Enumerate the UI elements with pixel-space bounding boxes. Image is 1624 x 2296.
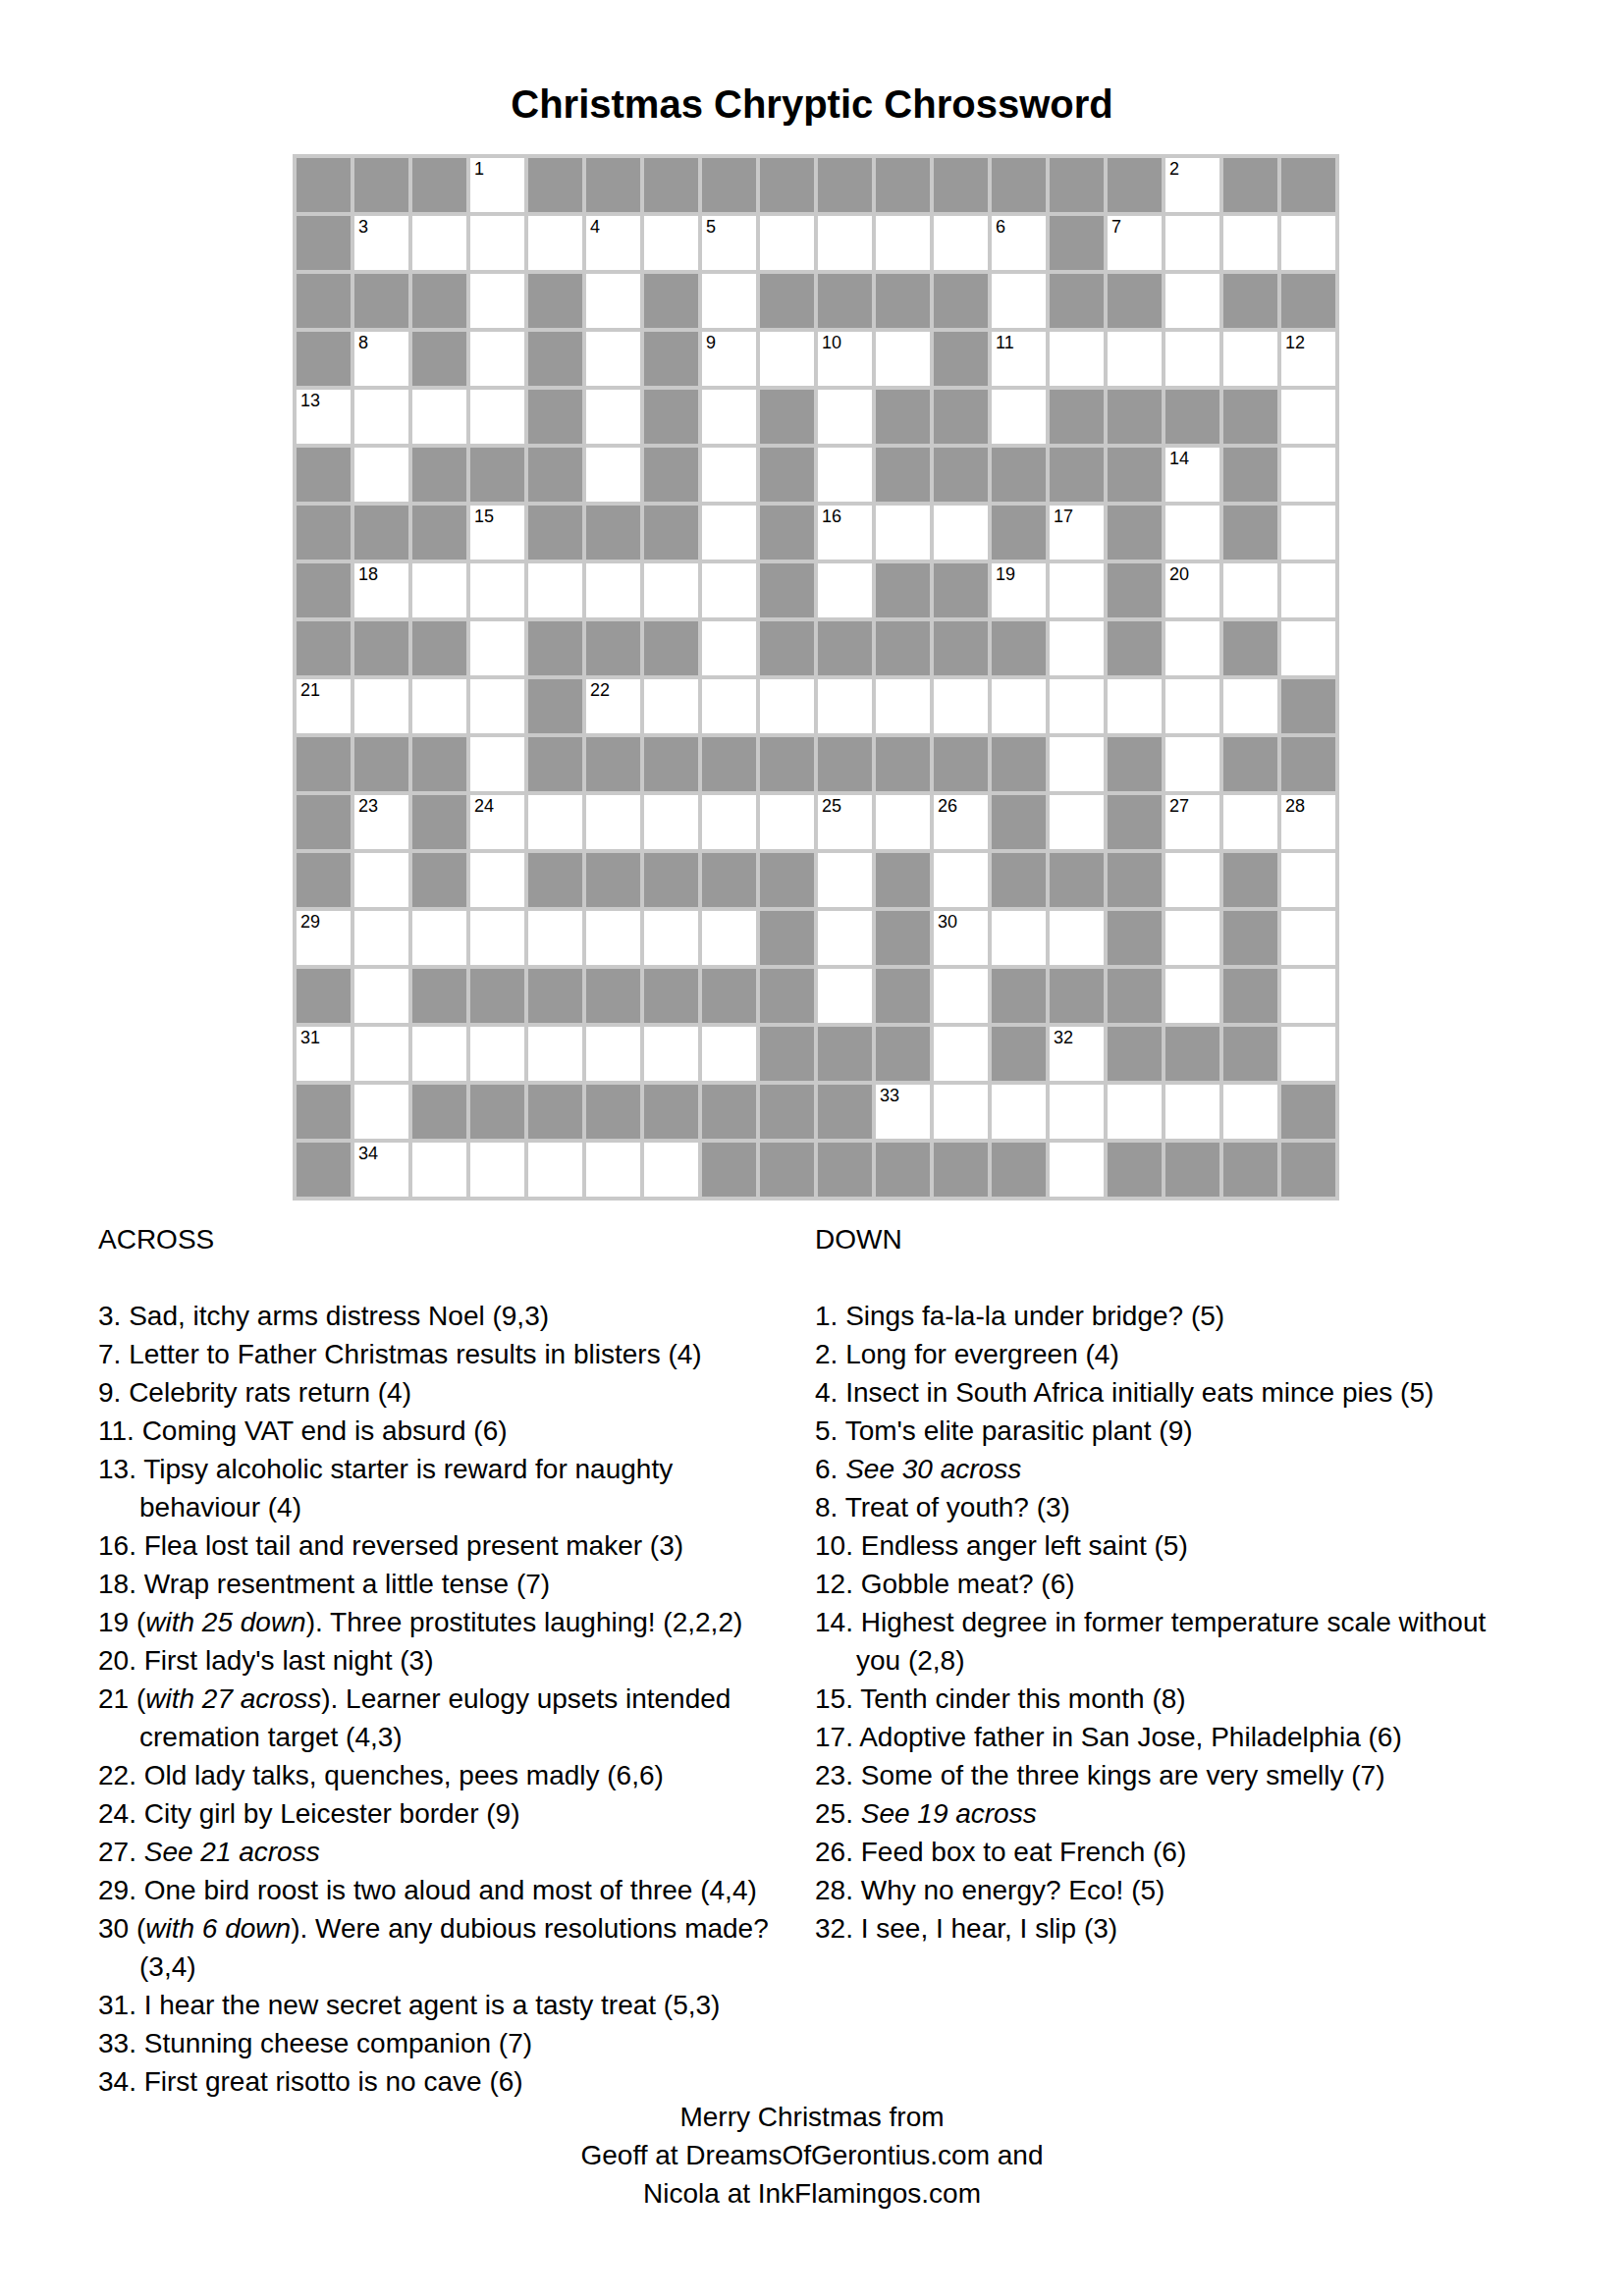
grid-cell-r2c10[interactable] <box>818 216 872 270</box>
grid-cell-r14c3[interactable] <box>412 911 466 965</box>
grid-cell-r14c5[interactable] <box>528 911 582 965</box>
grid-cell-r5c2[interactable] <box>354 390 408 444</box>
grid-cell-r4c4[interactable] <box>470 332 524 386</box>
grid-cell-r6c2[interactable] <box>354 448 408 502</box>
block-cell-r16c16 <box>1165 1027 1219 1081</box>
block-cell-r11c12 <box>934 737 988 791</box>
block-cell-r13c13 <box>992 853 1046 907</box>
grid-cell-r10c12[interactable] <box>934 679 988 733</box>
block-cell-r17c8 <box>702 1085 756 1139</box>
grid-cell-r6c8[interactable] <box>702 448 756 502</box>
grid-cell-r8c5[interactable] <box>528 563 582 617</box>
grid-cell-r13c10[interactable] <box>818 853 872 907</box>
grid-cell-r17c15[interactable] <box>1108 1085 1162 1139</box>
grid-cell-r8c4[interactable] <box>470 563 524 617</box>
grid-cell-r12c2[interactable]: 23 <box>354 795 408 849</box>
grid-cell-r4c17[interactable] <box>1223 332 1277 386</box>
grid-cell-r2c16[interactable] <box>1165 216 1219 270</box>
grid-cell-r9c4[interactable] <box>470 621 524 675</box>
block-cell-r16c9 <box>760 1027 814 1081</box>
grid-cell-r7c4[interactable]: 15 <box>470 506 524 560</box>
grid-cell-r8c7[interactable] <box>644 563 698 617</box>
grid-cell-r18c14[interactable] <box>1050 1143 1104 1197</box>
clue-number-14: 14 <box>1169 449 1189 468</box>
block-cell-r11c9 <box>760 737 814 791</box>
block-cell-r1c8 <box>702 158 756 212</box>
block-cell-r1c7 <box>644 158 698 212</box>
grid-cell-r16c4[interactable] <box>470 1027 524 1081</box>
grid-cell-r6c10[interactable] <box>818 448 872 502</box>
grid-cell-r8c17[interactable] <box>1223 563 1277 617</box>
block-cell-r17c5 <box>528 1085 582 1139</box>
grid-cell-r4c8[interactable]: 9 <box>702 332 756 386</box>
grid-cell-r9c14[interactable] <box>1050 621 1104 675</box>
grid-cell-r16c2[interactable] <box>354 1027 408 1081</box>
footer-line-3: Nicola at InkFlamingos.com <box>0 2174 1624 2213</box>
clue-number-25: 25 <box>822 796 841 816</box>
grid-cell-r4c2[interactable]: 8 <box>354 332 408 386</box>
block-cell-r1c5 <box>528 158 582 212</box>
grid-cell-r12c12[interactable]: 26 <box>934 795 988 849</box>
block-cell-r15c7 <box>644 969 698 1023</box>
across-clue-30: 30 (with 6 down). Were any dubious resol… <box>98 1909 797 1986</box>
grid-cell-r10c4[interactable] <box>470 679 524 733</box>
across-clue-27: 27. See 21 across <box>98 1833 797 1871</box>
grid-cell-r2c11[interactable] <box>876 216 930 270</box>
grid-cell-r5c8[interactable] <box>702 390 756 444</box>
block-cell-r1c10 <box>818 158 872 212</box>
block-cell-r9c13 <box>992 621 1046 675</box>
down-clue-4-line-1: 4. Insect in South Africa initially eats… <box>815 1373 1542 1412</box>
block-cell-r12c1 <box>297 795 351 849</box>
across-clue-20-line-1: 20. First lady's last night (3) <box>98 1641 797 1680</box>
grid-cell-r17c2[interactable] <box>354 1085 408 1139</box>
block-cell-r16c10 <box>818 1027 872 1081</box>
block-cell-r17c1 <box>297 1085 351 1139</box>
block-cell-r7c2 <box>354 506 408 560</box>
grid-cell-r12c5[interactable] <box>528 795 582 849</box>
block-cell-r1c1 <box>297 158 351 212</box>
across-clue-16: 16. Flea lost tail and reversed present … <box>98 1526 797 1565</box>
block-cell-r1c9 <box>760 158 814 212</box>
grid-cell-r6c18[interactable] <box>1281 448 1335 502</box>
grid-cell-r11c16[interactable] <box>1165 737 1219 791</box>
clue-number-19: 19 <box>996 564 1015 584</box>
block-cell-r7c1 <box>297 506 351 560</box>
grid-cell-r2c13[interactable]: 6 <box>992 216 1046 270</box>
grid-cell-r9c8[interactable] <box>702 621 756 675</box>
grid-cell-r13c16[interactable] <box>1165 853 1219 907</box>
block-cell-r1c6 <box>586 158 640 212</box>
across-clue-7: 7. Letter to Father Christmas results in… <box>98 1335 797 1373</box>
grid-cell-r13c2[interactable] <box>354 853 408 907</box>
down-heading: DOWN <box>815 1220 1542 1258</box>
clue-number-33: 33 <box>880 1086 899 1105</box>
grid-cell-r10c3[interactable] <box>412 679 466 733</box>
grid-cell-r15c16[interactable] <box>1165 969 1219 1023</box>
block-cell-r11c2 <box>354 737 408 791</box>
grid-cell-r8c10[interactable] <box>818 563 872 617</box>
across-clue-13-line-1: 13. Tipsy alcoholic starter is reward fo… <box>98 1450 797 1488</box>
block-cell-r11c10 <box>818 737 872 791</box>
block-cell-r17c6 <box>586 1085 640 1139</box>
grid-cell-r7c11[interactable] <box>876 506 930 560</box>
grid-cell-r3c4[interactable] <box>470 274 524 328</box>
block-cell-r18c1 <box>297 1143 351 1197</box>
grid-cell-r14c18[interactable] <box>1281 911 1335 965</box>
grid-cell-r8c6[interactable] <box>586 563 640 617</box>
across-clue-33-line-1: 33. Stunning cheese companion (7) <box>98 2024 797 2062</box>
grid-cell-r12c7[interactable] <box>644 795 698 849</box>
across-clue-29: 29. One bird roost is two aloud and most… <box>98 1871 797 1909</box>
block-cell-r11c13 <box>992 737 1046 791</box>
block-cell-r3c1 <box>297 274 351 328</box>
grid-cell-r17c13[interactable] <box>992 1085 1046 1139</box>
block-cell-r6c12 <box>934 448 988 502</box>
grid-cell-r16c3[interactable] <box>412 1027 466 1081</box>
grid-cell-r2c5[interactable] <box>528 216 582 270</box>
grid-cell-r16c6[interactable] <box>586 1027 640 1081</box>
down-clue-6: 6. See 30 across <box>815 1450 1542 1488</box>
grid-cell-r10c11[interactable] <box>876 679 930 733</box>
grid-cell-r4c13[interactable]: 11 <box>992 332 1046 386</box>
grid-cell-r5c13[interactable] <box>992 390 1046 444</box>
block-cell-r17c4 <box>470 1085 524 1139</box>
grid-cell-r5c3[interactable] <box>412 390 466 444</box>
grid-cell-r4c16[interactable] <box>1165 332 1219 386</box>
block-cell-r4c3 <box>412 332 466 386</box>
grid-cell-r3c13[interactable] <box>992 274 1046 328</box>
block-cell-r10c5 <box>528 679 582 733</box>
block-cell-r7c6 <box>586 506 640 560</box>
grid-cell-r8c16[interactable]: 20 <box>1165 563 1219 617</box>
grid-cell-r12c6[interactable] <box>586 795 640 849</box>
across-clue-34-line-1: 34. First great risotto is no cave (6) <box>98 2062 797 2101</box>
grid-cell-r17c14[interactable] <box>1050 1085 1104 1139</box>
block-cell-r1c11 <box>876 158 930 212</box>
grid-cell-r14c8[interactable] <box>702 911 756 965</box>
across-clue-18: 18. Wrap resentment a little tense (7) <box>98 1565 797 1603</box>
block-cell-r16c13 <box>992 1027 1046 1081</box>
grid-cell-r9c18[interactable] <box>1281 621 1335 675</box>
grid-cell-r2c8[interactable]: 5 <box>702 216 756 270</box>
grid-cell-r6c16[interactable]: 14 <box>1165 448 1219 502</box>
clue-number-18: 18 <box>358 564 378 584</box>
block-cell-r8c9 <box>760 563 814 617</box>
down-clue-12-line-1: 12. Gobble meat? (6) <box>815 1565 1542 1603</box>
grid-cell-r16c7[interactable] <box>644 1027 698 1081</box>
grid-cell-r10c7[interactable] <box>644 679 698 733</box>
block-cell-r5c14 <box>1050 390 1104 444</box>
grid-cell-r8c14[interactable] <box>1050 563 1104 617</box>
grid-cell-r10c2[interactable] <box>354 679 408 733</box>
grid-cell-r2c7[interactable] <box>644 216 698 270</box>
grid-cell-r13c4[interactable] <box>470 853 524 907</box>
clue-number-34: 34 <box>358 1144 378 1163</box>
grid-cell-r14c2[interactable] <box>354 911 408 965</box>
grid-cell-r14c10[interactable] <box>818 911 872 965</box>
grid-cell-r3c6[interactable] <box>586 274 640 328</box>
block-cell-r15c6 <box>586 969 640 1023</box>
block-cell-r13c5 <box>528 853 582 907</box>
grid-cell-r4c9[interactable] <box>760 332 814 386</box>
grid-cell-r8c13[interactable]: 19 <box>992 563 1046 617</box>
block-cell-r3c12 <box>934 274 988 328</box>
block-cell-r13c7 <box>644 853 698 907</box>
grid-cell-r18c4[interactable] <box>470 1143 524 1197</box>
grid-cell-r15c12[interactable] <box>934 969 988 1023</box>
grid-cell-r12c4[interactable]: 24 <box>470 795 524 849</box>
grid-cell-r13c18[interactable] <box>1281 853 1335 907</box>
down-clue-8: 8. Treat of youth? (3) <box>815 1488 1542 1526</box>
grid-cell-r6c6[interactable] <box>586 448 640 502</box>
grid-cell-r12c14[interactable] <box>1050 795 1104 849</box>
grid-cell-r18c7[interactable] <box>644 1143 698 1197</box>
across-clue-24: 24. City girl by Leicester border (9) <box>98 1794 797 1833</box>
grid-cell-r18c2[interactable]: 34 <box>354 1143 408 1197</box>
down-clue-8-line-1: 8. Treat of youth? (3) <box>815 1488 1542 1526</box>
grid-cell-r3c16[interactable] <box>1165 274 1219 328</box>
grid-cell-r10c10[interactable] <box>818 679 872 733</box>
grid-cell-r5c18[interactable] <box>1281 390 1335 444</box>
grid-cell-r2c4[interactable] <box>470 216 524 270</box>
across-clue-13: 13. Tipsy alcoholic starter is reward fo… <box>98 1450 797 1526</box>
grid-cell-r7c8[interactable] <box>702 506 756 560</box>
across-clue-33: 33. Stunning cheese companion (7) <box>98 2024 797 2062</box>
block-cell-r9c15 <box>1108 621 1162 675</box>
grid-cell-r16c1[interactable]: 31 <box>297 1027 351 1081</box>
grid-cell-r2c3[interactable] <box>412 216 466 270</box>
across-clue-21-line-1: 21 (with 27 across). Learner eulogy upse… <box>98 1680 797 1718</box>
grid-cell-r3c8[interactable] <box>702 274 756 328</box>
clue-number-27: 27 <box>1169 796 1189 816</box>
down-clue-17-line-1: 17. Adoptive father in San Jose, Philade… <box>815 1718 1542 1756</box>
block-cell-r5c11 <box>876 390 930 444</box>
down-clue-4: 4. Insect in South Africa initially eats… <box>815 1373 1542 1412</box>
grid-cell-r11c14[interactable] <box>1050 737 1104 791</box>
grid-cell-r12c10[interactable]: 25 <box>818 795 872 849</box>
block-cell-r1c18 <box>1281 158 1335 212</box>
across-clue-31: 31. I hear the new secret agent is a tas… <box>98 1986 797 2024</box>
grid-cell-r7c16[interactable] <box>1165 506 1219 560</box>
block-cell-r18c18 <box>1281 1143 1335 1197</box>
down-clue-32-line-1: 32. I see, I hear, I slip (3) <box>815 1909 1542 1948</box>
down-clue-1: 1. Sings fa-la-la under bridge? (5) <box>815 1297 1542 1335</box>
across-clue-21: 21 (with 27 across). Learner eulogy upse… <box>98 1680 797 1756</box>
grid-cell-r17c12[interactable] <box>934 1085 988 1139</box>
grid-cell-r4c18[interactable]: 12 <box>1281 332 1335 386</box>
block-cell-r5c16 <box>1165 390 1219 444</box>
grid-cell-r15c10[interactable] <box>818 969 872 1023</box>
grid-cell-r4c11[interactable] <box>876 332 930 386</box>
grid-cell-r2c15[interactable]: 7 <box>1108 216 1162 270</box>
block-cell-r18c17 <box>1223 1143 1277 1197</box>
down-clue-15-line-1: 15. Tenth cinder this month (8) <box>815 1680 1542 1718</box>
across-clue-22: 22. Old lady talks, quenches, pees madly… <box>98 1756 797 1794</box>
grid-cell-r5c10[interactable] <box>818 390 872 444</box>
grid-cell-r14c7[interactable] <box>644 911 698 965</box>
block-cell-r1c14 <box>1050 158 1104 212</box>
grid-cell-r10c1[interactable]: 21 <box>297 679 351 733</box>
block-cell-r6c14 <box>1050 448 1104 502</box>
grid-cell-r2c6[interactable]: 4 <box>586 216 640 270</box>
block-cell-r17c3 <box>412 1085 466 1139</box>
clue-number-15: 15 <box>474 507 494 526</box>
grid-cell-r10c6[interactable]: 22 <box>586 679 640 733</box>
grid-cell-r2c2[interactable]: 3 <box>354 216 408 270</box>
down-clue-25: 25. See 19 across <box>815 1794 1542 1833</box>
across-clue-30-line-1: 30 (with 6 down). Were any dubious resol… <box>98 1909 797 1948</box>
across-clue-29-line-1: 29. One bird roost is two aloud and most… <box>98 1871 797 1909</box>
grid-cell-r1c4[interactable]: 1 <box>470 158 524 212</box>
grid-cell-r5c6[interactable] <box>586 390 640 444</box>
grid-cell-r2c9[interactable] <box>760 216 814 270</box>
across-clue-11: 11. Coming VAT end is absurd (6) <box>98 1412 797 1450</box>
grid-cell-r17c16[interactable] <box>1165 1085 1219 1139</box>
block-cell-r1c15 <box>1108 158 1162 212</box>
grid-cell-r15c2[interactable] <box>354 969 408 1023</box>
grid-cell-r8c8[interactable] <box>702 563 756 617</box>
grid-cell-r7c12[interactable] <box>934 506 988 560</box>
grid-cell-r16c18[interactable] <box>1281 1027 1335 1081</box>
grid-cell-r12c17[interactable] <box>1223 795 1277 849</box>
across-clue-9-line-1: 9. Celebrity rats return (4) <box>98 1373 797 1412</box>
block-cell-r9c3 <box>412 621 466 675</box>
grid-cell-r18c3[interactable] <box>412 1143 466 1197</box>
clue-number-12: 12 <box>1285 333 1305 352</box>
block-cell-r17c7 <box>644 1085 698 1139</box>
block-cell-r18c15 <box>1108 1143 1162 1197</box>
block-cell-r13c15 <box>1108 853 1162 907</box>
grid-cell-r10c16[interactable] <box>1165 679 1219 733</box>
block-cell-r9c6 <box>586 621 640 675</box>
grid-cell-r17c11[interactable]: 33 <box>876 1085 930 1139</box>
down-clue-23-line-1: 23. Some of the three kings are very sme… <box>815 1756 1542 1794</box>
grid-cell-r15c18[interactable] <box>1281 969 1335 1023</box>
grid-cell-r14c6[interactable] <box>586 911 640 965</box>
block-cell-r3c2 <box>354 274 408 328</box>
grid-cell-r11c4[interactable] <box>470 737 524 791</box>
grid-cell-r14c16[interactable] <box>1165 911 1219 965</box>
block-cell-r3c11 <box>876 274 930 328</box>
across-clue-30-line-2: (3,4) <box>139 1948 797 1986</box>
block-cell-r17c18 <box>1281 1085 1335 1139</box>
grid-cell-r8c18[interactable] <box>1281 563 1335 617</box>
grid-cell-r7c10[interactable]: 16 <box>818 506 872 560</box>
down-clue-6-line-1: 6. See 30 across <box>815 1450 1542 1488</box>
block-cell-r17c10 <box>818 1085 872 1139</box>
grid-cell-r4c14[interactable] <box>1050 332 1104 386</box>
block-cell-r11c1 <box>297 737 351 791</box>
block-cell-r3c15 <box>1108 274 1162 328</box>
grid-cell-r12c9[interactable] <box>760 795 814 849</box>
across-clue-21-line-2: cremation target (4,3) <box>139 1718 797 1756</box>
down-clue-15: 15. Tenth cinder this month (8) <box>815 1680 1542 1718</box>
block-cell-r1c17 <box>1223 158 1277 212</box>
down-clues-section: DOWN 1. Sings fa-la-la under bridge? (5)… <box>815 1220 1542 1948</box>
block-cell-r6c7 <box>644 448 698 502</box>
clue-number-29: 29 <box>300 912 320 932</box>
down-clue-10: 10. Endless anger left saint (5) <box>815 1526 1542 1565</box>
block-cell-r13c1 <box>297 853 351 907</box>
grid-cell-r8c3[interactable] <box>412 563 466 617</box>
block-cell-r18c8 <box>702 1143 756 1197</box>
grid-cell-r16c14[interactable]: 32 <box>1050 1027 1104 1081</box>
block-cell-r14c9 <box>760 911 814 965</box>
block-cell-r7c7 <box>644 506 698 560</box>
footer-line-2: Geoff at DreamsOfGerontius.com and <box>0 2136 1624 2174</box>
clue-number-22: 22 <box>590 680 610 700</box>
clue-number-1: 1 <box>474 159 484 179</box>
down-clue-5: 5. Tom's elite parasitic plant (9) <box>815 1412 1542 1450</box>
grid-cell-r13c12[interactable] <box>934 853 988 907</box>
grid-cell-r7c14[interactable]: 17 <box>1050 506 1104 560</box>
grid-cell-r16c5[interactable] <box>528 1027 582 1081</box>
grid-cell-r18c6[interactable] <box>586 1143 640 1197</box>
grid-cell-r2c18[interactable] <box>1281 216 1335 270</box>
block-cell-r3c14 <box>1050 274 1104 328</box>
grid-cell-r4c6[interactable] <box>586 332 640 386</box>
grid-cell-r10c8[interactable] <box>702 679 756 733</box>
grid-cell-r4c15[interactable] <box>1108 332 1162 386</box>
grid-cell-r10c13[interactable] <box>992 679 1046 733</box>
block-cell-r11c3 <box>412 737 466 791</box>
across-clue-9: 9. Celebrity rats return (4) <box>98 1373 797 1412</box>
grid-cell-r16c12[interactable] <box>934 1027 988 1081</box>
grid-cell-r10c17[interactable] <box>1223 679 1277 733</box>
block-cell-r4c12 <box>934 332 988 386</box>
grid-cell-r5c4[interactable] <box>470 390 524 444</box>
grid-cell-r1c16[interactable]: 2 <box>1165 158 1219 212</box>
block-cell-r15c11 <box>876 969 930 1023</box>
grid-cell-r7c18[interactable] <box>1281 506 1335 560</box>
grid-cell-r18c5[interactable] <box>528 1143 582 1197</box>
block-cell-r18c11 <box>876 1143 930 1197</box>
clue-number-23: 23 <box>358 796 378 816</box>
down-clue-23: 23. Some of the three kings are very sme… <box>815 1756 1542 1794</box>
block-cell-r15c3 <box>412 969 466 1023</box>
grid-cell-r2c12[interactable] <box>934 216 988 270</box>
grid-cell-r10c14[interactable] <box>1050 679 1104 733</box>
grid-cell-r12c8[interactable] <box>702 795 756 849</box>
down-clue-14-line-2: you (2,8) <box>856 1641 1542 1680</box>
block-cell-r3c9 <box>760 274 814 328</box>
clue-number-17: 17 <box>1054 507 1073 526</box>
grid-cell-r9c16[interactable] <box>1165 621 1219 675</box>
grid-cell-r14c13[interactable] <box>992 911 1046 965</box>
down-clue-12: 12. Gobble meat? (6) <box>815 1565 1542 1603</box>
grid-cell-r10c15[interactable] <box>1108 679 1162 733</box>
grid-cell-r14c1[interactable]: 29 <box>297 911 351 965</box>
grid-cell-r14c14[interactable] <box>1050 911 1104 965</box>
grid-cell-r12c18[interactable]: 28 <box>1281 795 1335 849</box>
grid-cell-r2c17[interactable] <box>1223 216 1277 270</box>
grid-cell-r12c16[interactable]: 27 <box>1165 795 1219 849</box>
block-cell-r11c8 <box>702 737 756 791</box>
across-heading: ACROSS <box>98 1220 797 1258</box>
grid-cell-r16c8[interactable] <box>702 1027 756 1081</box>
grid-cell-r14c12[interactable]: 30 <box>934 911 988 965</box>
grid-cell-r8c2[interactable]: 18 <box>354 563 408 617</box>
grid-cell-r17c17[interactable] <box>1223 1085 1277 1139</box>
down-clue-10-line-1: 10. Endless anger left saint (5) <box>815 1526 1542 1565</box>
grid-cell-r10c9[interactable] <box>760 679 814 733</box>
grid-cell-r12c11[interactable] <box>876 795 930 849</box>
across-clue-31-line-1: 31. I hear the new secret agent is a tas… <box>98 1986 797 2024</box>
grid-cell-r4c10[interactable]: 10 <box>818 332 872 386</box>
grid-cell-r5c1[interactable]: 13 <box>297 390 351 444</box>
grid-cell-r14c4[interactable] <box>470 911 524 965</box>
